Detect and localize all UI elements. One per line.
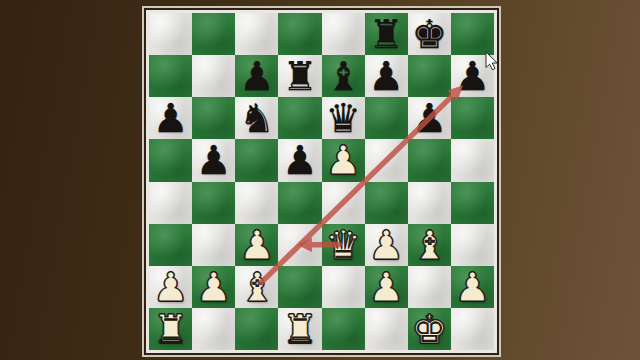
square-f3[interactable]: ♟ (365, 224, 408, 266)
square-c1[interactable] (235, 308, 278, 350)
piece-black-pawn-d5[interactable]: ♟ (278, 139, 321, 181)
piece-black-pawn-a6[interactable]: ♟ (149, 97, 192, 139)
piece-black-bishop-e7[interactable]: ♝ (322, 55, 365, 97)
square-d3[interactable] (278, 224, 321, 266)
square-g2[interactable] (408, 266, 451, 308)
square-d6[interactable] (278, 97, 321, 139)
square-f7[interactable]: ♟ (365, 55, 408, 97)
piece-black-rook-f8[interactable]: ♜ (365, 13, 408, 55)
square-f1[interactable] (365, 308, 408, 350)
square-e8[interactable] (322, 13, 365, 55)
square-b8[interactable] (192, 13, 235, 55)
piece-black-pawn-f7[interactable]: ♟ (365, 55, 408, 97)
square-c8[interactable] (235, 13, 278, 55)
square-b3[interactable] (192, 224, 235, 266)
square-g7[interactable] (408, 55, 451, 97)
square-b5[interactable]: ♟ (192, 139, 235, 181)
piece-white-bishop-g3[interactable]: ♝ (408, 224, 451, 266)
square-h7[interactable]: ♟ (451, 55, 494, 97)
square-d5[interactable]: ♟ (278, 139, 321, 181)
piece-black-pawn-c7[interactable]: ♟ (235, 55, 278, 97)
square-f8[interactable]: ♜ (365, 13, 408, 55)
piece-black-pawn-g6[interactable]: ♟ (408, 97, 451, 139)
square-e7[interactable]: ♝ (322, 55, 365, 97)
piece-white-pawn-e5[interactable]: ♟ (322, 139, 365, 181)
square-e3[interactable]: ♛ (322, 224, 365, 266)
square-f2[interactable]: ♟ (365, 266, 408, 308)
square-c7[interactable]: ♟ (235, 55, 278, 97)
piece-white-pawn-a2[interactable]: ♟ (149, 266, 192, 308)
square-f5[interactable] (365, 139, 408, 181)
square-d8[interactable] (278, 13, 321, 55)
square-c5[interactable] (235, 139, 278, 181)
piece-white-pawn-c3[interactable]: ♟ (235, 224, 278, 266)
square-d4[interactable] (278, 182, 321, 224)
piece-black-queen-e6[interactable]: ♛ (322, 97, 365, 139)
square-h2[interactable]: ♟ (451, 266, 494, 308)
square-h1[interactable] (451, 308, 494, 350)
square-b7[interactable] (192, 55, 235, 97)
square-h4[interactable] (451, 182, 494, 224)
piece-white-pawn-f3[interactable]: ♟ (365, 224, 408, 266)
square-c4[interactable] (235, 182, 278, 224)
square-a2[interactable]: ♟ (149, 266, 192, 308)
square-a8[interactable] (149, 13, 192, 55)
square-g5[interactable] (408, 139, 451, 181)
square-e1[interactable] (322, 308, 365, 350)
square-a4[interactable] (149, 182, 192, 224)
square-g6[interactable]: ♟ (408, 97, 451, 139)
square-c2[interactable]: ♝ (235, 266, 278, 308)
square-a6[interactable]: ♟ (149, 97, 192, 139)
square-h6[interactable] (451, 97, 494, 139)
square-a5[interactable] (149, 139, 192, 181)
square-b1[interactable] (192, 308, 235, 350)
square-g4[interactable] (408, 182, 451, 224)
square-g3[interactable]: ♝ (408, 224, 451, 266)
square-d7[interactable]: ♜ (278, 55, 321, 97)
square-h3[interactable] (451, 224, 494, 266)
piece-white-queen-e3[interactable]: ♛ (322, 224, 365, 266)
piece-black-pawn-h7[interactable]: ♟ (451, 55, 494, 97)
piece-white-pawn-f2[interactable]: ♟ (365, 266, 408, 308)
square-c3[interactable]: ♟ (235, 224, 278, 266)
piece-black-knight-c6[interactable]: ♞ (235, 97, 278, 139)
square-a1[interactable]: ♜ (149, 308, 192, 350)
app-window: ♜♚♟♜♝♟♟♟♞♛♟♟♟♟♟♛♟♝♟♟♝♟♟♜♜♚ (0, 0, 640, 360)
square-f6[interactable] (365, 97, 408, 139)
square-b6[interactable] (192, 97, 235, 139)
chess-board-frame: ♜♚♟♜♝♟♟♟♞♛♟♟♟♟♟♛♟♝♟♟♝♟♟♜♜♚ (144, 8, 499, 355)
square-e6[interactable]: ♛ (322, 97, 365, 139)
piece-white-bishop-c2[interactable]: ♝ (235, 266, 278, 308)
piece-white-rook-d1[interactable]: ♜ (278, 308, 321, 350)
square-c6[interactable]: ♞ (235, 97, 278, 139)
square-h8[interactable] (451, 13, 494, 55)
square-f4[interactable] (365, 182, 408, 224)
piece-black-pawn-b5[interactable]: ♟ (192, 139, 235, 181)
piece-black-rook-d7[interactable]: ♜ (278, 55, 321, 97)
square-a3[interactable] (149, 224, 192, 266)
square-d1[interactable]: ♜ (278, 308, 321, 350)
square-g1[interactable]: ♚ (408, 308, 451, 350)
square-d2[interactable] (278, 266, 321, 308)
square-e4[interactable] (322, 182, 365, 224)
piece-white-king-g1[interactable]: ♚ (408, 308, 451, 350)
square-b4[interactable] (192, 182, 235, 224)
piece-white-rook-a1[interactable]: ♜ (149, 308, 192, 350)
piece-white-pawn-b2[interactable]: ♟ (192, 266, 235, 308)
square-b2[interactable]: ♟ (192, 266, 235, 308)
square-a7[interactable] (149, 55, 192, 97)
square-e5[interactable]: ♟ (322, 139, 365, 181)
chess-board[interactable]: ♜♚♟♜♝♟♟♟♞♛♟♟♟♟♟♛♟♝♟♟♝♟♟♜♜♚ (149, 13, 494, 350)
square-h5[interactable] (451, 139, 494, 181)
piece-black-king-g8[interactable]: ♚ (408, 13, 451, 55)
piece-white-pawn-h2[interactable]: ♟ (451, 266, 494, 308)
square-e2[interactable] (322, 266, 365, 308)
square-g8[interactable]: ♚ (408, 13, 451, 55)
